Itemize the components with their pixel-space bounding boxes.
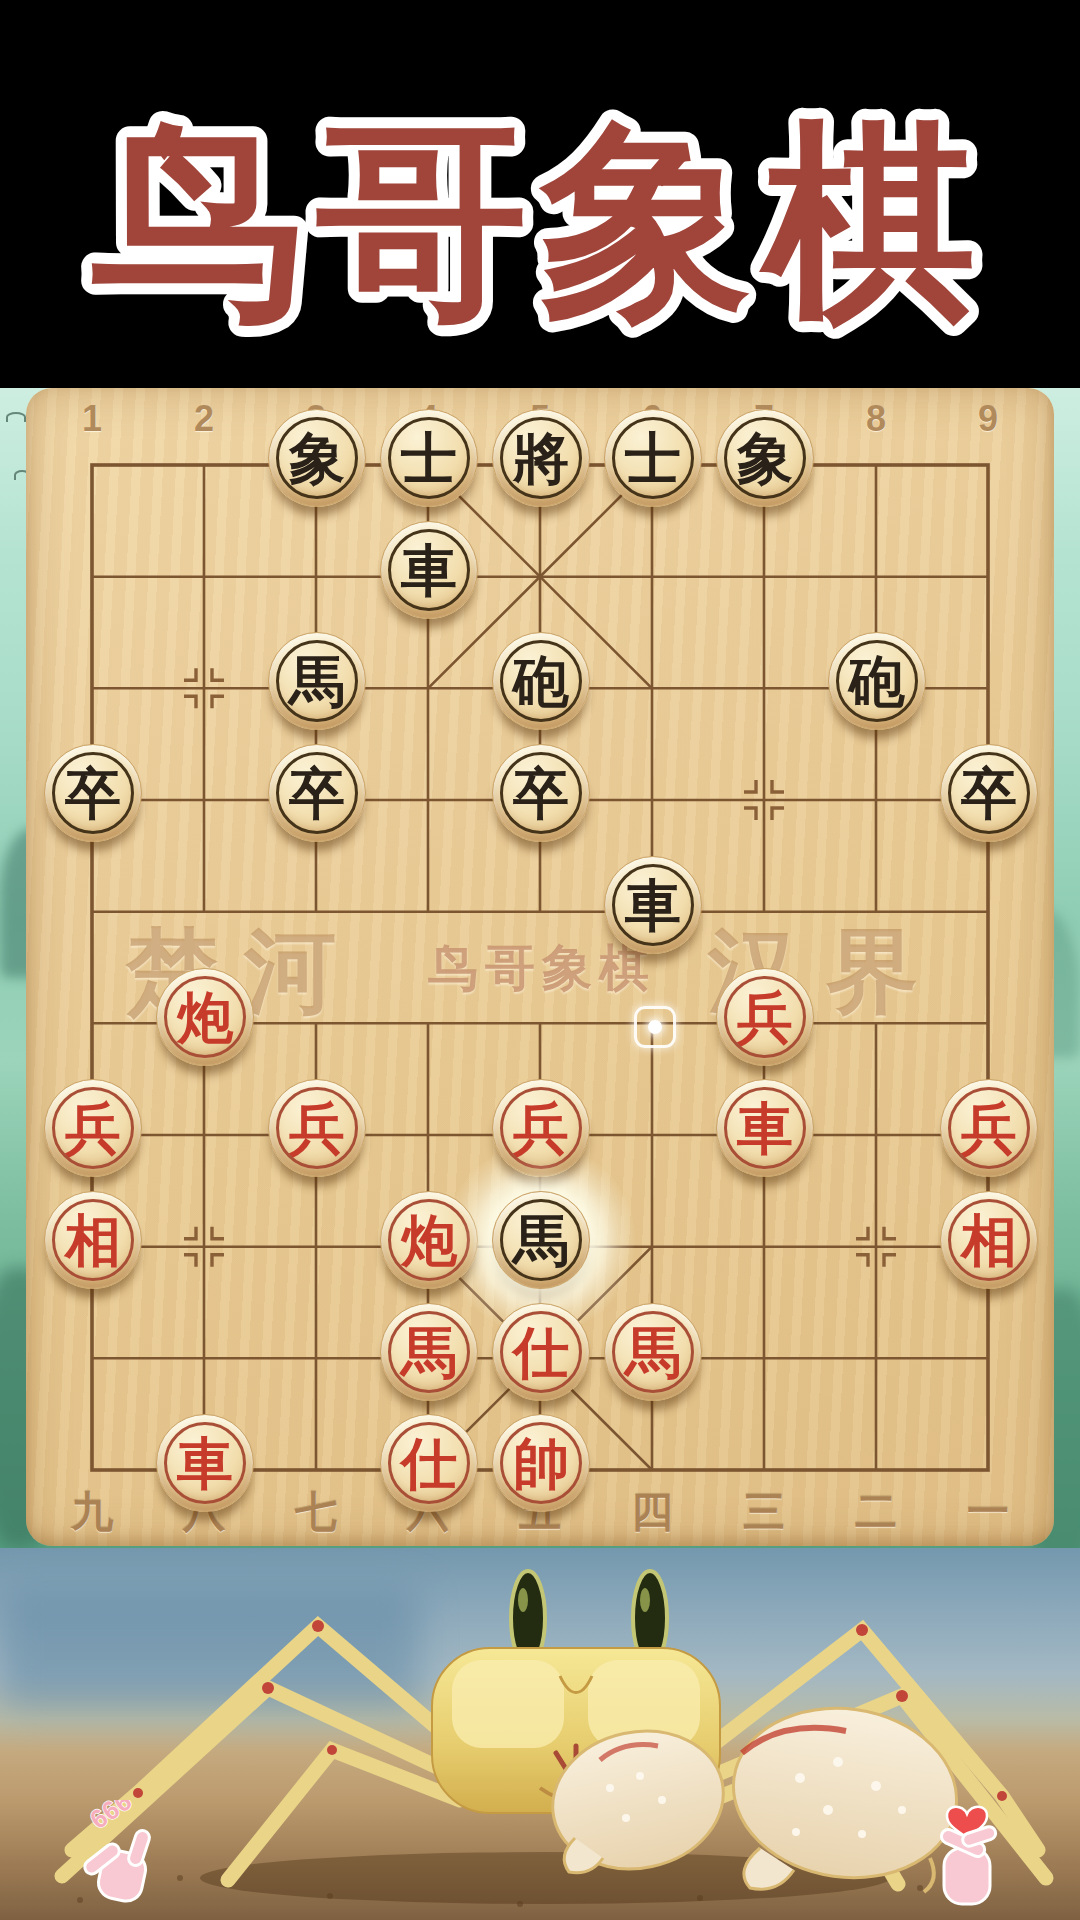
piece-馬-c6r9[interactable]: 馬	[604, 1303, 702, 1401]
piece-仕-c4r10[interactable]: 仕	[380, 1414, 478, 1512]
piece-卒-c5r4[interactable]: 卒	[492, 744, 590, 842]
piece-將-c5r1[interactable]: 將	[492, 409, 590, 507]
piece-卒-c9r4[interactable]: 卒	[940, 744, 1038, 842]
bird-icon	[6, 412, 26, 422]
666-hand-sticker: 666	[70, 1800, 180, 1915]
piece-相-c1r8[interactable]: 相	[44, 1191, 142, 1289]
piece-卒-c1r4[interactable]: 卒	[44, 744, 142, 842]
finger-heart-sticker	[922, 1796, 1012, 1916]
file-label-bottom-8: 二	[852, 1484, 900, 1540]
piece-車-c2r10[interactable]: 車	[156, 1414, 254, 1512]
piece-砲-c5r3[interactable]: 砲	[492, 632, 590, 730]
file-label-bottom-1: 九	[68, 1484, 116, 1540]
file-label-bottom-7: 三	[740, 1484, 788, 1540]
file-label-top-9: 9	[968, 398, 1008, 440]
piece-仕-c5r9[interactable]: 仕	[492, 1303, 590, 1401]
666-text: 666	[84, 1800, 137, 1835]
piece-馬-c4r9[interactable]: 馬	[380, 1303, 478, 1401]
file-label-top-2: 2	[184, 398, 224, 440]
piece-砲-c8r3[interactable]: 砲	[828, 632, 926, 730]
piece-兵-c1r7[interactable]: 兵	[44, 1079, 142, 1177]
title-banner: 鸟哥象棋	[0, 0, 1080, 388]
file-label-bottom-6: 四	[628, 1484, 676, 1540]
file-label-bottom-3: 七	[292, 1484, 340, 1540]
piece-兵-c9r7[interactable]: 兵	[940, 1079, 1038, 1177]
piece-卒-c3r4[interactable]: 卒	[268, 744, 366, 842]
piece-車-c6r5[interactable]: 車	[604, 856, 702, 954]
crab-photo: 666	[0, 1548, 1080, 1920]
file-label-top-8: 8	[856, 398, 896, 440]
xiangqi-board[interactable]: 123456789 九八七六五四三二一 楚河 鸟哥象棋 汉界 象士將士象車馬砲砲…	[26, 388, 1054, 1546]
piece-馬-c5r8[interactable]: 馬	[492, 1191, 590, 1289]
title-art: 鸟哥象棋	[0, 0, 1080, 388]
screenshot-root: 鸟哥象棋	[0, 0, 1080, 1920]
piece-兵-c5r7[interactable]: 兵	[492, 1079, 590, 1177]
file-label-top-1: 1	[72, 398, 112, 440]
page-title: 鸟哥象棋	[91, 96, 988, 345]
piece-兵-c7r6[interactable]: 兵	[716, 968, 814, 1066]
piece-炮-c4r8[interactable]: 炮	[380, 1191, 478, 1289]
file-label-bottom-9: 一	[964, 1484, 1012, 1540]
piece-士-c4r1[interactable]: 士	[380, 409, 478, 507]
river-text-center: 鸟哥象棋	[428, 935, 656, 1002]
piece-兵-c3r7[interactable]: 兵	[268, 1079, 366, 1177]
piece-馬-c3r3[interactable]: 馬	[268, 632, 366, 730]
piece-帥-c5r10[interactable]: 帥	[492, 1414, 590, 1512]
piece-相-c9r8[interactable]: 相	[940, 1191, 1038, 1289]
piece-車-c4r2[interactable]: 車	[380, 521, 478, 619]
piece-象-c3r1[interactable]: 象	[268, 409, 366, 507]
piece-炮-c2r6[interactable]: 炮	[156, 968, 254, 1066]
last-move-origin-marker	[634, 1006, 676, 1048]
piece-士-c6r1[interactable]: 士	[604, 409, 702, 507]
piece-象-c7r1[interactable]: 象	[716, 409, 814, 507]
piece-車-c7r7[interactable]: 車	[716, 1079, 814, 1177]
